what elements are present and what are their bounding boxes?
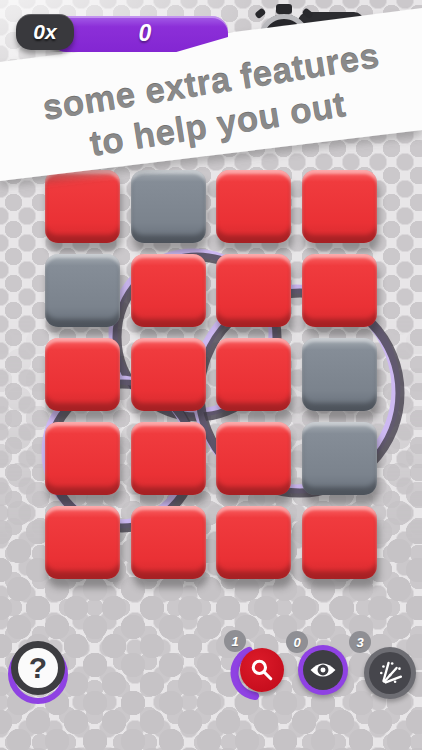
reveal-powerup-button[interactable] <box>298 645 348 695</box>
fireworks-icon <box>374 657 406 689</box>
tile-r2c4[interactable] <box>302 254 377 327</box>
fireworks-powerup-button[interactable] <box>364 647 416 699</box>
tile-r3c1[interactable] <box>45 338 120 411</box>
tile-r5c1[interactable] <box>45 506 120 579</box>
tile-r1c3[interactable] <box>216 170 291 243</box>
tile-r5c4[interactable] <box>302 506 377 579</box>
fireworks-count: 3 <box>356 635 363 650</box>
question-mark-icon: ? <box>29 651 47 685</box>
tile-r4c2[interactable] <box>131 422 206 495</box>
tile-r2c2[interactable] <box>131 254 206 327</box>
tile-r2c1[interactable] <box>45 254 120 327</box>
score-value: 0 <box>80 20 210 47</box>
tile-r3c4[interactable] <box>302 338 377 411</box>
game-screen: some extra features to help you out 0 0x… <box>0 0 422 750</box>
reveal-count: 0 <box>293 635 300 650</box>
tile-r1c1[interactable] <box>45 170 120 243</box>
tile-r3c3[interactable] <box>216 338 291 411</box>
reveal-button-face <box>303 650 343 690</box>
tile-r4c4[interactable] <box>302 422 377 495</box>
tile-r3c2[interactable] <box>131 338 206 411</box>
reveal-count-badge: 0 <box>286 631 308 653</box>
tile-r2c3[interactable] <box>216 254 291 327</box>
multiplier-badge: 0x <box>16 14 74 50</box>
tile-r4c1[interactable] <box>45 422 120 495</box>
tile-r5c3[interactable] <box>216 506 291 579</box>
magnify-powerup-button[interactable] <box>240 648 284 692</box>
multiplier-value: 0x <box>33 20 56 44</box>
tile-r4c3[interactable] <box>216 422 291 495</box>
magnify-count: 1 <box>231 634 238 649</box>
fireworks-button-face <box>369 652 411 694</box>
help-button[interactable]: ? <box>11 641 65 695</box>
magnify-count-badge: 1 <box>224 630 246 652</box>
tile-r1c2[interactable] <box>131 170 206 243</box>
fireworks-count-badge: 3 <box>349 631 371 653</box>
tile-r5c2[interactable] <box>131 506 206 579</box>
tile-r1c4[interactable] <box>302 170 377 243</box>
eye-icon <box>309 659 337 681</box>
tile-board <box>45 170 377 579</box>
score-bar: 0 0x <box>0 0 422 60</box>
magnifier-icon <box>248 656 276 684</box>
